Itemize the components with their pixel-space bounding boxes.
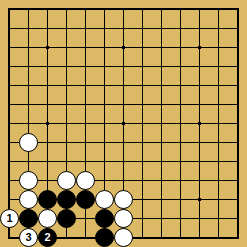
- move-number: 3: [25, 232, 31, 243]
- intersection: [76, 38, 95, 57]
- intersection: [114, 228, 133, 247]
- intersection: [38, 171, 57, 190]
- intersection: [95, 114, 114, 133]
- star-point: [46, 46, 49, 49]
- intersection: [95, 228, 114, 247]
- intersection: [114, 133, 133, 152]
- intersection: [57, 76, 76, 95]
- intersection: [152, 0, 171, 19]
- intersection: [114, 38, 133, 57]
- intersection: [57, 38, 76, 57]
- intersection: [171, 57, 190, 76]
- intersection: [19, 209, 38, 228]
- star-point: [198, 198, 201, 201]
- intersection: [209, 95, 228, 114]
- intersection: [133, 190, 152, 209]
- white-stone: [114, 209, 133, 228]
- intersection: [19, 38, 38, 57]
- intersection: [0, 114, 19, 133]
- intersection: [209, 209, 228, 228]
- intersection: [76, 19, 95, 38]
- intersection: [57, 209, 76, 228]
- intersection: [171, 171, 190, 190]
- intersection: [57, 19, 76, 38]
- intersection: [171, 19, 190, 38]
- intersection: [152, 228, 171, 247]
- intersection: [190, 38, 209, 57]
- intersection: [19, 171, 38, 190]
- intersection: [133, 152, 152, 171]
- intersection: [19, 19, 38, 38]
- intersection: [95, 57, 114, 76]
- intersection: [38, 152, 57, 171]
- intersection: [76, 114, 95, 133]
- intersection: [209, 228, 228, 247]
- intersection: [114, 0, 133, 19]
- intersection: [95, 19, 114, 38]
- intersection: [38, 133, 57, 152]
- intersection: [190, 19, 209, 38]
- intersection: [228, 95, 247, 114]
- intersection: [38, 19, 57, 38]
- intersection: [228, 38, 247, 57]
- star-point: [198, 46, 201, 49]
- intersection: [133, 57, 152, 76]
- white-stone: [57, 171, 76, 190]
- intersection: [57, 171, 76, 190]
- intersection: 3: [19, 228, 38, 247]
- intersection: [95, 190, 114, 209]
- intersection: [152, 38, 171, 57]
- intersection: [228, 190, 247, 209]
- intersection: [38, 114, 57, 133]
- intersection: [76, 133, 95, 152]
- star-point: [122, 122, 125, 125]
- intersection: [57, 95, 76, 114]
- intersection: [228, 228, 247, 247]
- intersection: [209, 19, 228, 38]
- intersection: [114, 76, 133, 95]
- intersection: [19, 114, 38, 133]
- intersection: [0, 38, 19, 57]
- intersection: [38, 95, 57, 114]
- intersection: [95, 95, 114, 114]
- intersection: [190, 95, 209, 114]
- intersection: [95, 171, 114, 190]
- intersection: [228, 209, 247, 228]
- black-stone: [95, 209, 114, 228]
- intersection: [152, 95, 171, 114]
- intersection: [171, 76, 190, 95]
- intersection: [209, 76, 228, 95]
- intersection: [152, 209, 171, 228]
- intersection: [228, 76, 247, 95]
- intersection: [133, 76, 152, 95]
- intersection: [114, 190, 133, 209]
- intersection: [19, 95, 38, 114]
- intersection: [0, 190, 19, 209]
- star-point: [198, 122, 201, 125]
- intersection: [190, 57, 209, 76]
- go-board: 132: [0, 0, 247, 247]
- white-stone: 3: [19, 228, 38, 247]
- intersection: [171, 95, 190, 114]
- intersection: [133, 38, 152, 57]
- intersection: [38, 57, 57, 76]
- intersection: [0, 0, 19, 19]
- intersection: [152, 57, 171, 76]
- intersection: [228, 171, 247, 190]
- intersection: [190, 171, 209, 190]
- intersection: [0, 76, 19, 95]
- intersection: [19, 0, 38, 19]
- intersection: [76, 95, 95, 114]
- white-stone: [19, 171, 38, 190]
- intersection: [152, 133, 171, 152]
- white-stone: [19, 190, 38, 209]
- white-stone: [114, 228, 133, 247]
- black-stone: [57, 190, 76, 209]
- intersection: [209, 190, 228, 209]
- intersection: [38, 190, 57, 209]
- intersection: [95, 152, 114, 171]
- intersection: [114, 152, 133, 171]
- intersection: [190, 76, 209, 95]
- intersection: [76, 209, 95, 228]
- intersection: [95, 133, 114, 152]
- intersection: [209, 57, 228, 76]
- intersection: [19, 76, 38, 95]
- board-grid: 132: [0, 0, 247, 247]
- intersection: [228, 0, 247, 19]
- intersection: [152, 114, 171, 133]
- intersection: [19, 190, 38, 209]
- black-stone: [38, 190, 57, 209]
- intersection: [152, 190, 171, 209]
- intersection: [209, 114, 228, 133]
- intersection: [209, 133, 228, 152]
- intersection: [133, 228, 152, 247]
- intersection: [190, 0, 209, 19]
- intersection: 1: [0, 209, 19, 228]
- intersection: [38, 0, 57, 19]
- intersection: [19, 152, 38, 171]
- intersection: [228, 19, 247, 38]
- white-stone: [38, 209, 57, 228]
- intersection: [133, 133, 152, 152]
- intersection: [190, 190, 209, 209]
- intersection: [114, 209, 133, 228]
- intersection: [38, 38, 57, 57]
- intersection: [209, 0, 228, 19]
- intersection: [76, 152, 95, 171]
- star-point: [122, 46, 125, 49]
- intersection: [152, 152, 171, 171]
- black-stone: [76, 190, 95, 209]
- intersection: [76, 171, 95, 190]
- intersection: [0, 133, 19, 152]
- intersection: [114, 57, 133, 76]
- black-stone: 2: [38, 228, 57, 247]
- intersection: [76, 57, 95, 76]
- intersection: [171, 228, 190, 247]
- intersection: [171, 209, 190, 228]
- intersection: [38, 76, 57, 95]
- move-number: 1: [6, 213, 12, 224]
- white-stone: [114, 190, 133, 209]
- intersection: [133, 0, 152, 19]
- intersection: [133, 19, 152, 38]
- white-stone: [76, 171, 95, 190]
- intersection: [19, 133, 38, 152]
- intersection: [95, 209, 114, 228]
- intersection: [19, 57, 38, 76]
- white-stone: 1: [0, 209, 19, 228]
- intersection: [228, 152, 247, 171]
- intersection: [0, 171, 19, 190]
- intersection: [228, 133, 247, 152]
- intersection: [228, 114, 247, 133]
- intersection: [0, 57, 19, 76]
- white-stone: [95, 190, 114, 209]
- intersection: [76, 76, 95, 95]
- intersection: [114, 114, 133, 133]
- intersection: [228, 57, 247, 76]
- intersection: [152, 19, 171, 38]
- intersection: [38, 209, 57, 228]
- intersection: [57, 0, 76, 19]
- intersection: [57, 57, 76, 76]
- intersection: [0, 19, 19, 38]
- intersection: [171, 190, 190, 209]
- intersection: [133, 114, 152, 133]
- intersection: [152, 76, 171, 95]
- black-stone: [95, 228, 114, 247]
- intersection: [95, 0, 114, 19]
- move-number: 2: [44, 232, 50, 243]
- intersection: [190, 209, 209, 228]
- intersection: [57, 228, 76, 247]
- black-stone: [57, 209, 76, 228]
- intersection: [190, 114, 209, 133]
- intersection: [133, 209, 152, 228]
- intersection: [0, 95, 19, 114]
- intersection: [76, 190, 95, 209]
- intersection: [114, 19, 133, 38]
- star-point: [46, 122, 49, 125]
- intersection: [190, 228, 209, 247]
- intersection: [76, 228, 95, 247]
- intersection: [114, 95, 133, 114]
- intersection: [133, 95, 152, 114]
- intersection: [171, 114, 190, 133]
- intersection: [133, 171, 152, 190]
- intersection: 2: [38, 228, 57, 247]
- intersection: [114, 171, 133, 190]
- intersection: [57, 133, 76, 152]
- intersection: [76, 0, 95, 19]
- intersection: [95, 76, 114, 95]
- intersection: [95, 38, 114, 57]
- intersection: [209, 38, 228, 57]
- intersection: [57, 152, 76, 171]
- white-stone: [19, 133, 38, 152]
- intersection: [0, 152, 19, 171]
- intersection: [209, 171, 228, 190]
- intersection: [171, 0, 190, 19]
- intersection: [171, 152, 190, 171]
- intersection: [209, 152, 228, 171]
- intersection: [190, 133, 209, 152]
- intersection: [190, 152, 209, 171]
- intersection: [0, 228, 19, 247]
- intersection: [171, 38, 190, 57]
- intersection: [57, 190, 76, 209]
- intersection: [171, 133, 190, 152]
- intersection: [57, 114, 76, 133]
- intersection: [152, 171, 171, 190]
- black-stone: [19, 209, 38, 228]
